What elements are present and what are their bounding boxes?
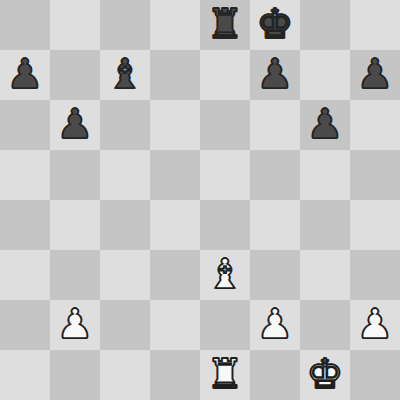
square-g4[interactable] — [300, 200, 350, 250]
piece-white-pawn: ♟ — [357, 300, 394, 349]
square-h5[interactable] — [350, 150, 400, 200]
square-a5[interactable] — [0, 150, 50, 200]
square-g3[interactable] — [300, 250, 350, 300]
square-d7[interactable] — [150, 50, 200, 100]
square-d3[interactable] — [150, 250, 200, 300]
piece-white-king: ♚ — [307, 350, 344, 399]
piece-white-rook: ♜ — [207, 350, 244, 399]
square-a1[interactable] — [0, 350, 50, 400]
square-b7[interactable] — [50, 50, 100, 100]
square-e4[interactable] — [200, 200, 250, 250]
square-e7[interactable] — [200, 50, 250, 100]
square-b1[interactable] — [50, 350, 100, 400]
square-c8[interactable] — [100, 0, 150, 50]
square-e6[interactable] — [200, 100, 250, 150]
piece-white-bishop: ♝ — [207, 250, 244, 299]
square-f7[interactable]: ♟ — [250, 50, 300, 100]
square-b8[interactable] — [50, 0, 100, 50]
piece-black-pawn: ♟ — [257, 50, 294, 99]
square-g5[interactable] — [300, 150, 350, 200]
square-h1[interactable] — [350, 350, 400, 400]
piece-black-pawn: ♟ — [357, 50, 394, 99]
square-d6[interactable] — [150, 100, 200, 150]
square-h4[interactable] — [350, 200, 400, 250]
square-c3[interactable] — [100, 250, 150, 300]
piece-white-pawn: ♟ — [257, 300, 294, 349]
square-f8[interactable]: ♚ — [250, 0, 300, 50]
square-a7[interactable]: ♟ — [0, 50, 50, 100]
square-c6[interactable] — [100, 100, 150, 150]
piece-white-pawn: ♟ — [57, 300, 94, 349]
square-b5[interactable] — [50, 150, 100, 200]
square-d2[interactable] — [150, 300, 200, 350]
chess-board: ♜♚♟♝♟♟♟♟♝♟♟♟♜♚ — [0, 0, 400, 400]
square-c2[interactable] — [100, 300, 150, 350]
square-b2[interactable]: ♟ — [50, 300, 100, 350]
piece-black-pawn: ♟ — [307, 100, 344, 149]
square-h2[interactable]: ♟ — [350, 300, 400, 350]
square-a6[interactable] — [0, 100, 50, 150]
square-e2[interactable] — [200, 300, 250, 350]
square-e3[interactable]: ♝ — [200, 250, 250, 300]
square-a3[interactable] — [0, 250, 50, 300]
piece-black-bishop: ♝ — [107, 50, 144, 99]
square-e8[interactable]: ♜ — [200, 0, 250, 50]
piece-black-pawn: ♟ — [7, 50, 44, 99]
square-f6[interactable] — [250, 100, 300, 150]
square-c5[interactable] — [100, 150, 150, 200]
square-e1[interactable]: ♜ — [200, 350, 250, 400]
square-b6[interactable]: ♟ — [50, 100, 100, 150]
square-a4[interactable] — [0, 200, 50, 250]
square-e5[interactable] — [200, 150, 250, 200]
square-g8[interactable] — [300, 0, 350, 50]
square-f5[interactable] — [250, 150, 300, 200]
square-d8[interactable] — [150, 0, 200, 50]
square-f3[interactable] — [250, 250, 300, 300]
square-b4[interactable] — [50, 200, 100, 250]
piece-black-rook: ♜ — [207, 0, 244, 49]
square-c7[interactable]: ♝ — [100, 50, 150, 100]
square-g6[interactable]: ♟ — [300, 100, 350, 150]
square-g1[interactable]: ♚ — [300, 350, 350, 400]
piece-black-king: ♚ — [257, 0, 294, 49]
square-d1[interactable] — [150, 350, 200, 400]
piece-black-pawn: ♟ — [57, 100, 94, 149]
square-h8[interactable] — [350, 0, 400, 50]
square-a8[interactable] — [0, 0, 50, 50]
square-c1[interactable] — [100, 350, 150, 400]
square-h3[interactable] — [350, 250, 400, 300]
square-h6[interactable] — [350, 100, 400, 150]
square-f2[interactable]: ♟ — [250, 300, 300, 350]
square-d5[interactable] — [150, 150, 200, 200]
square-a2[interactable] — [0, 300, 50, 350]
square-h7[interactable]: ♟ — [350, 50, 400, 100]
square-g2[interactable] — [300, 300, 350, 350]
square-f4[interactable] — [250, 200, 300, 250]
square-g7[interactable] — [300, 50, 350, 100]
square-c4[interactable] — [100, 200, 150, 250]
square-d4[interactable] — [150, 200, 200, 250]
square-b3[interactable] — [50, 250, 100, 300]
square-f1[interactable] — [250, 350, 300, 400]
